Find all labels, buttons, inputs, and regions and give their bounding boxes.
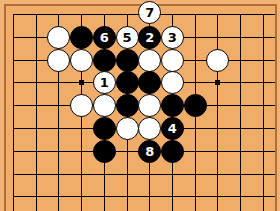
white-stone — [206, 49, 229, 72]
black-stone — [70, 26, 93, 49]
grid-vline — [13, 14, 14, 211]
white-stone — [138, 94, 161, 117]
white-stone — [70, 49, 93, 72]
black-stone — [138, 71, 161, 94]
white-stone — [116, 117, 139, 140]
grid-hline — [13, 196, 275, 197]
star-point — [79, 80, 84, 85]
white-stone — [138, 117, 161, 140]
black-stone — [93, 117, 116, 140]
grid-vline — [217, 14, 218, 211]
white-stone-move-1: 1 — [93, 71, 116, 94]
grid-hline — [13, 174, 275, 175]
black-stone-move-4: 4 — [161, 117, 184, 140]
white-stone — [70, 94, 93, 117]
star-point — [215, 80, 220, 85]
grid-vline — [240, 14, 241, 211]
black-stone — [116, 49, 139, 72]
black-stone — [161, 94, 184, 117]
black-stone-move-6: 6 — [93, 26, 116, 49]
white-stone-move-7: 7 — [138, 1, 161, 24]
white-stone — [161, 71, 184, 94]
black-stone-move-2: 2 — [138, 26, 161, 49]
white-stone — [138, 49, 161, 72]
white-stone — [47, 49, 70, 72]
black-stone — [161, 140, 184, 163]
white-stone — [47, 26, 70, 49]
go-board: 76523148 — [0, 0, 280, 211]
black-stone — [93, 140, 116, 163]
white-stone — [161, 49, 184, 72]
white-stone-move-3: 3 — [161, 26, 184, 49]
black-stone-move-8: 8 — [138, 140, 161, 163]
black-stone — [116, 94, 139, 117]
white-stone — [93, 94, 116, 117]
black-stone — [93, 49, 116, 72]
white-stone-move-5: 5 — [116, 26, 139, 49]
black-stone — [184, 94, 207, 117]
grid-vline — [263, 14, 264, 211]
grid-vline — [36, 14, 37, 211]
black-stone — [116, 71, 139, 94]
go-diagram: 76523148 — [0, 0, 280, 211]
